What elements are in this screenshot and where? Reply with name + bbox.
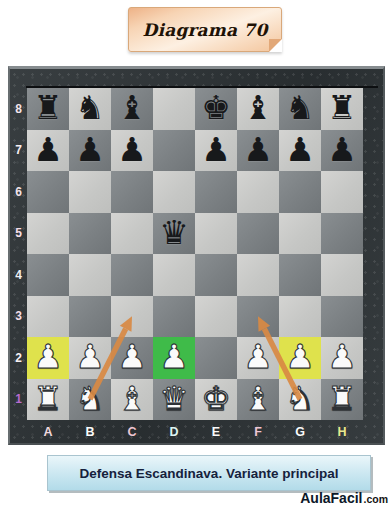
square-d4 [153,254,195,296]
piece-black-knight-g8: ♞ [285,91,315,124]
square-f8: ♝ [237,88,279,130]
piece-white-pawn-h2: ♟ [327,340,357,373]
piece-white-pawn-d2: ♟ [159,340,189,373]
square-d6 [153,171,195,213]
square-c8: ♝ [111,88,153,130]
file-label-b: B [69,420,111,444]
square-e3 [195,296,237,338]
square-g8: ♞ [279,88,321,130]
square-f3 [237,296,279,338]
piece-white-queen-d1: ♛ [159,382,189,415]
square-g7: ♟ [279,130,321,172]
square-g3 [279,296,321,338]
rank-label-1: 1 [10,379,27,421]
piece-white-pawn-g2: ♟ [285,340,315,373]
caption-text: Defensa Escandinava. Variante principal [80,466,339,481]
file-label-e: E [195,420,237,444]
piece-black-pawn-g7: ♟ [285,133,315,166]
square-c6 [111,171,153,213]
piece-white-king-e1: ♚ [201,382,231,415]
square-e4 [195,254,237,296]
square-g5 [279,213,321,255]
rank-label-6: 6 [10,171,27,213]
piece-white-pawn-b2: ♟ [75,340,105,373]
square-d8 [153,88,195,130]
square-b5 [69,213,111,255]
square-g4 [279,254,321,296]
square-d5: ♛ [153,213,195,255]
piece-black-pawn-c7: ♟ [117,133,147,166]
caption-box: Defensa Escandinava. Variante principal [47,455,371,491]
file-label-f: F [237,420,279,444]
square-g2: ♟ [279,337,321,379]
rank-label-4: 4 [10,254,27,296]
title-banner-text: Diagrama 70 [143,20,268,40]
piece-black-bishop-c8: ♝ [117,91,147,124]
square-a5 [27,213,69,255]
square-a7: ♟ [27,130,69,172]
piece-black-rook-a8: ♜ [33,91,63,124]
piece-black-pawn-a7: ♟ [33,133,63,166]
square-f7: ♟ [237,130,279,172]
square-b6 [69,171,111,213]
rank-label-8: 8 [10,88,27,130]
piece-black-pawn-b7: ♟ [75,133,105,166]
square-a8: ♜ [27,88,69,130]
square-h6 [321,171,363,213]
square-e2 [195,337,237,379]
rank-labels: 87654321 [10,88,27,420]
square-b7: ♟ [69,130,111,172]
square-d7 [153,130,195,172]
square-a4 [27,254,69,296]
rank-label-2: 2 [10,337,27,379]
piece-white-pawn-c2: ♟ [117,340,147,373]
piece-black-pawn-e7: ♟ [201,133,231,166]
rank-label-3: 3 [10,296,27,338]
rank-label-7: 7 [10,130,27,172]
square-d1: ♛ [153,379,195,421]
square-a2: ♟ [27,337,69,379]
square-f4 [237,254,279,296]
square-a1: ♜ [27,379,69,421]
piece-black-knight-b8: ♞ [75,91,105,124]
file-label-h: H [321,420,363,444]
square-f1: ♝ [237,379,279,421]
piece-black-king-e8: ♚ [201,91,231,124]
square-h8: ♜ [321,88,363,130]
square-g6 [279,171,321,213]
square-g1: ♞ [279,379,321,421]
square-b4 [69,254,111,296]
square-d2: ♟ [153,337,195,379]
square-b1: ♞ [69,379,111,421]
page: Diagrama 70 87654321 ♜♞♝♚♝♞♜♟♟♟♟♟♟♟♛♟♟♟♟… [0,0,392,507]
square-e5 [195,213,237,255]
piece-white-pawn-f2: ♟ [243,340,273,373]
square-a6 [27,171,69,213]
rank-label-5: 5 [10,213,27,255]
piece-white-rook-a1: ♜ [33,382,63,415]
square-e6 [195,171,237,213]
file-label-c: C [111,420,153,444]
square-f5 [237,213,279,255]
file-label-d: D [153,420,195,444]
file-labels: ABCDEFGH [27,420,363,444]
piece-black-queen-d5: ♛ [159,216,189,249]
piece-white-bishop-f1: ♝ [243,382,273,415]
board-grid: ♜♞♝♚♝♞♜♟♟♟♟♟♟♟♛♟♟♟♟♟♟♟♜♞♝♛♚♝♞♜ [27,88,363,420]
piece-black-pawn-f7: ♟ [243,133,273,166]
square-c2: ♟ [111,337,153,379]
square-h5 [321,213,363,255]
square-b8: ♞ [69,88,111,130]
square-c7: ♟ [111,130,153,172]
square-c1: ♝ [111,379,153,421]
square-d3 [153,296,195,338]
square-e8: ♚ [195,88,237,130]
piece-black-pawn-h7: ♟ [327,133,357,166]
square-h7: ♟ [321,130,363,172]
piece-white-knight-g1: ♞ [285,382,315,415]
square-h2: ♟ [321,337,363,379]
square-b2: ♟ [69,337,111,379]
site-credit-tld: .com [363,493,388,505]
site-credit-name: AulaFacil [300,490,362,506]
square-h4 [321,254,363,296]
square-b3 [69,296,111,338]
square-e1: ♚ [195,379,237,421]
square-f6 [237,171,279,213]
square-c4 [111,254,153,296]
square-c3 [111,296,153,338]
square-h1: ♜ [321,379,363,421]
piece-white-rook-h1: ♜ [327,382,357,415]
site-credit: AulaFacil .com [300,490,388,506]
square-f2: ♟ [237,337,279,379]
title-banner: Diagrama 70 [128,7,282,52]
piece-white-bishop-c1: ♝ [117,382,147,415]
file-label-a: A [27,420,69,444]
square-a3 [27,296,69,338]
square-h3 [321,296,363,338]
file-label-g: G [279,420,321,444]
piece-black-bishop-f8: ♝ [243,91,273,124]
piece-black-rook-h8: ♜ [327,91,357,124]
piece-white-pawn-a2: ♟ [33,340,63,373]
chess-board: 87654321 ♜♞♝♚♝♞♜♟♟♟♟♟♟♟♛♟♟♟♟♟♟♟♜♞♝♛♚♝♞♜ … [8,66,385,445]
piece-white-knight-b1: ♞ [75,382,105,415]
square-e7: ♟ [195,130,237,172]
square-c5 [111,213,153,255]
